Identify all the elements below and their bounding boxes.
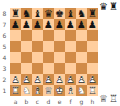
- piece-black-pawn[interactable]: ♟: [43, 19, 54, 30]
- rank-label-3: 3: [0, 63, 9, 74]
- piece-white-pawn[interactable]: ♟♙: [54, 74, 65, 85]
- piece-black-pawn[interactable]: ♟: [32, 19, 43, 30]
- black-queen-icon[interactable]: ♛: [99, 1, 108, 12]
- square-g4[interactable]: [76, 52, 87, 63]
- file-labels: abcdefgh: [10, 96, 98, 106]
- piece-black-pawn[interactable]: ♟: [76, 19, 87, 30]
- white-piece-outline: ♙: [32, 74, 43, 85]
- black-spare-pieces-tray: ♛♜: [99, 1, 118, 12]
- piece-white-king[interactable]: ♚♔: [54, 85, 65, 96]
- black-piece-glyph: ♜: [87, 8, 98, 19]
- black-piece-glyph: ♟: [43, 19, 54, 30]
- square-h5[interactable]: [87, 41, 98, 52]
- piece-black-bishop[interactable]: ♝: [32, 8, 43, 19]
- white-piece-outline: ♘: [76, 85, 87, 96]
- square-d3[interactable]: [43, 63, 54, 74]
- square-c4[interactable]: [32, 52, 43, 63]
- square-e1[interactable]: ♚♔: [54, 85, 65, 96]
- rank-label-4: 4: [0, 52, 9, 63]
- black-piece-glyph: ♝: [32, 8, 43, 19]
- piece-black-king[interactable]: ♚: [54, 8, 65, 19]
- square-b7[interactable]: ♟: [21, 19, 32, 30]
- square-d5[interactable]: [43, 41, 54, 52]
- white-piece-outline: ♖: [10, 85, 21, 96]
- black-piece-glyph: ♞: [76, 8, 87, 19]
- square-h2[interactable]: ♟♙: [87, 74, 98, 85]
- file-label-f: f: [65, 96, 76, 106]
- square-f7[interactable]: ♟: [65, 19, 76, 30]
- rank-label-2: 2: [0, 74, 9, 85]
- square-h8[interactable]: ♜: [87, 8, 98, 19]
- white-piece-outline: ♔: [54, 85, 65, 96]
- file-label-h: h: [87, 96, 98, 106]
- piece-white-pawn[interactable]: ♟♙: [65, 74, 76, 85]
- square-f6[interactable]: [65, 30, 76, 41]
- rank-label-8: 8: [0, 8, 9, 19]
- piece-black-knight[interactable]: ♞: [76, 8, 87, 19]
- white-piece-outline: ♖: [87, 85, 98, 96]
- piece-white-bishop[interactable]: ♝♗: [65, 85, 76, 96]
- piece-black-pawn[interactable]: ♟: [10, 19, 21, 30]
- square-f1[interactable]: ♝♗: [65, 85, 76, 96]
- square-e8[interactable]: ♚: [54, 8, 65, 19]
- square-c5[interactable]: [32, 41, 43, 52]
- black-piece-glyph: ♚: [54, 8, 65, 19]
- file-label-g: g: [76, 96, 87, 106]
- rank-label-6: 6: [0, 30, 9, 41]
- piece-white-pawn[interactable]: ♟♙: [76, 74, 87, 85]
- square-h4[interactable]: [87, 52, 98, 63]
- square-f3[interactable]: [65, 63, 76, 74]
- square-c7[interactable]: ♟: [32, 19, 43, 30]
- square-b6[interactable]: [21, 30, 32, 41]
- square-d4[interactable]: [43, 52, 54, 63]
- square-a1[interactable]: ♜♖: [10, 85, 21, 96]
- piece-white-pawn[interactable]: ♟♙: [10, 74, 21, 85]
- square-b2[interactable]: ♟♙: [21, 74, 32, 85]
- white-piece-outline: ♗: [65, 85, 76, 96]
- square-a3[interactable]: [10, 63, 21, 74]
- square-e7[interactable]: ♟: [54, 19, 65, 30]
- chess-board[interactable]: ♜♞♝♛♚♝♞♜♟♟♟♟♟♟♟♟♟♙♟♙♟♙♟♙♟♙♟♙♟♙♟♙♜♖♞♘♝♗♛♕…: [10, 8, 98, 96]
- piece-black-queen[interactable]: ♛: [43, 8, 54, 19]
- black-piece-glyph: ♟: [54, 19, 65, 30]
- square-a8[interactable]: ♜: [10, 8, 21, 19]
- white-piece-outline: ♕: [99, 93, 108, 104]
- square-c2[interactable]: ♟♙: [32, 74, 43, 85]
- piece-black-pawn[interactable]: ♟: [21, 19, 32, 30]
- piece-white-knight[interactable]: ♞♘: [21, 85, 32, 96]
- black-piece-glyph: ♟: [10, 19, 21, 30]
- rank-label-7: 7: [0, 19, 9, 30]
- piece-black-rook[interactable]: ♜: [10, 8, 21, 19]
- square-b3[interactable]: [21, 63, 32, 74]
- white-rook-icon[interactable]: ♜♖: [109, 93, 118, 104]
- piece-white-pawn[interactable]: ♟♙: [21, 74, 32, 85]
- square-g8[interactable]: ♞: [76, 8, 87, 19]
- rank-label-5: 5: [0, 41, 9, 52]
- black-piece-glyph: ♜: [10, 8, 21, 19]
- black-rook-icon[interactable]: ♜: [109, 1, 118, 12]
- square-f4[interactable]: [65, 52, 76, 63]
- file-label-c: c: [32, 96, 43, 106]
- square-d2[interactable]: ♟♙: [43, 74, 54, 85]
- square-g7[interactable]: ♟: [76, 19, 87, 30]
- square-g2[interactable]: ♟♙: [76, 74, 87, 85]
- square-e5[interactable]: [54, 41, 65, 52]
- black-piece-glyph: ♟: [65, 19, 76, 30]
- piece-black-pawn[interactable]: ♟: [87, 19, 98, 30]
- black-piece-glyph: ♝: [65, 8, 76, 19]
- black-piece-glyph: ♟: [87, 19, 98, 30]
- file-label-a: a: [10, 96, 21, 106]
- white-piece-outline: ♘: [21, 85, 32, 96]
- square-c8[interactable]: ♝: [32, 8, 43, 19]
- white-spare-pieces-tray: ♛♕♜♖: [99, 93, 118, 104]
- square-g1[interactable]: ♞♘: [76, 85, 87, 96]
- black-piece-glyph: ♟: [32, 19, 43, 30]
- square-e4[interactable]: [54, 52, 65, 63]
- square-f8[interactable]: ♝: [65, 8, 76, 19]
- piece-black-knight[interactable]: ♞: [21, 8, 32, 19]
- white-piece-outline: ♙: [87, 74, 98, 85]
- square-d1[interactable]: ♛♕: [43, 85, 54, 96]
- square-b4[interactable]: [21, 52, 32, 63]
- piece-black-pawn[interactable]: ♟: [54, 19, 65, 30]
- square-c3[interactable]: [32, 63, 43, 74]
- file-label-d: d: [43, 96, 54, 106]
- square-g5[interactable]: [76, 41, 87, 52]
- square-b8[interactable]: ♞: [21, 8, 32, 19]
- square-a6[interactable]: [10, 30, 21, 41]
- square-a4[interactable]: [10, 52, 21, 63]
- white-piece-outline: ♖: [109, 93, 118, 104]
- square-e2[interactable]: ♟♙: [54, 74, 65, 85]
- square-h1[interactable]: ♜♖: [87, 85, 98, 96]
- square-f2[interactable]: ♟♙: [65, 74, 76, 85]
- piece-white-queen[interactable]: ♛♕: [43, 85, 54, 96]
- square-d8[interactable]: ♛: [43, 8, 54, 19]
- piece-white-rook[interactable]: ♜♖: [10, 85, 21, 96]
- rank-label-1: 1: [0, 85, 9, 96]
- piece-black-pawn[interactable]: ♟: [65, 19, 76, 30]
- square-c6[interactable]: [32, 30, 43, 41]
- square-h6[interactable]: [87, 30, 98, 41]
- square-a7[interactable]: ♟: [10, 19, 21, 30]
- black-piece-glyph: ♜: [109, 1, 118, 12]
- square-g6[interactable]: [76, 30, 87, 41]
- square-a2[interactable]: ♟♙: [10, 74, 21, 85]
- piece-white-pawn[interactable]: ♟♙: [43, 74, 54, 85]
- square-a5[interactable]: [10, 41, 21, 52]
- black-piece-glyph: ♛: [43, 8, 54, 19]
- piece-white-bishop[interactable]: ♝♗: [32, 85, 43, 96]
- square-f5[interactable]: [65, 41, 76, 52]
- chess-app: 87654321 ♜♞♝♛♚♝♞♜♟♟♟♟♟♟♟♟♟♙♟♙♟♙♟♙♟♙♟♙♟♙♟…: [0, 0, 120, 106]
- square-e6[interactable]: [54, 30, 65, 41]
- square-g3[interactable]: [76, 63, 87, 74]
- white-piece-outline: ♙: [65, 74, 76, 85]
- square-b1[interactable]: ♞♘: [21, 85, 32, 96]
- rank-labels: 87654321: [0, 8, 9, 96]
- white-piece-outline: ♗: [32, 85, 43, 96]
- black-piece-glyph: ♞: [21, 8, 32, 19]
- black-piece-glyph: ♛: [99, 1, 108, 12]
- square-d7[interactable]: ♟: [43, 19, 54, 30]
- square-e3[interactable]: [54, 63, 65, 74]
- piece-white-rook[interactable]: ♜♖: [87, 85, 98, 96]
- piece-white-knight[interactable]: ♞♘: [76, 85, 87, 96]
- square-b5[interactable]: [21, 41, 32, 52]
- square-h3[interactable]: [87, 63, 98, 74]
- piece-white-pawn[interactable]: ♟♙: [87, 74, 98, 85]
- square-h7[interactable]: ♟: [87, 19, 98, 30]
- piece-white-pawn[interactable]: ♟♙: [32, 74, 43, 85]
- white-piece-outline: ♙: [43, 74, 54, 85]
- white-piece-outline: ♙: [54, 74, 65, 85]
- black-piece-glyph: ♟: [76, 19, 87, 30]
- file-label-e: e: [54, 96, 65, 106]
- white-piece-outline: ♙: [10, 74, 21, 85]
- square-d6[interactable]: [43, 30, 54, 41]
- black-piece-glyph: ♟: [21, 19, 32, 30]
- piece-black-bishop[interactable]: ♝: [65, 8, 76, 19]
- white-piece-outline: ♙: [21, 74, 32, 85]
- white-piece-outline: ♕: [43, 85, 54, 96]
- piece-black-rook[interactable]: ♜: [87, 8, 98, 19]
- white-piece-outline: ♙: [76, 74, 87, 85]
- square-c1[interactable]: ♝♗: [32, 85, 43, 96]
- file-label-b: b: [21, 96, 32, 106]
- white-queen-icon[interactable]: ♛♕: [99, 93, 108, 104]
